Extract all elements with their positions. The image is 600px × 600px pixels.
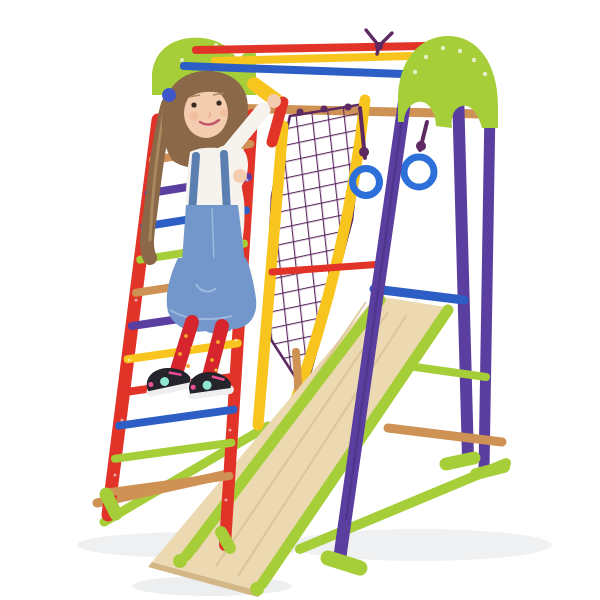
net-tie-knot (321, 106, 328, 113)
gym-ring-right (404, 157, 434, 187)
girl-blush (220, 109, 228, 117)
rear-leg-green-foot (446, 458, 474, 464)
girl-blush (190, 112, 199, 121)
ladder-rung-blue (119, 410, 233, 426)
top-bar-yellow (215, 56, 410, 61)
screw-icon (441, 46, 445, 50)
screw-icon (180, 58, 184, 62)
rail-end-cap (250, 582, 264, 596)
girl-eye-right (216, 100, 221, 105)
overall-shorts (167, 258, 257, 334)
screw-icon (424, 55, 428, 59)
net-tie-knot (345, 104, 352, 111)
ladder-green-foot-back (221, 532, 230, 548)
ring-rope-knot (359, 147, 369, 157)
screw-icon (483, 72, 487, 76)
ladder-green-foot-front (106, 494, 116, 514)
girl-eye-left (191, 102, 196, 107)
girl-sneaker-left (142, 363, 194, 398)
girl-left-hand (233, 169, 247, 183)
rear-leg-front (458, 92, 468, 458)
rear-leg-back (484, 108, 490, 470)
top-bar-red (196, 46, 424, 50)
girl-scrunchie (162, 88, 176, 102)
girl-right-hand (267, 94, 281, 108)
screw-icon (472, 58, 476, 62)
overall-strap (224, 154, 227, 212)
net-tie-knot (297, 109, 304, 116)
rail-end-cap (173, 554, 187, 568)
rear-purple-legs (446, 92, 504, 474)
ring-rope-knot (416, 141, 426, 151)
top-bars (184, 30, 430, 75)
overall-strap (192, 156, 196, 212)
product-photo (0, 0, 600, 600)
front-leg-green-foot (328, 558, 360, 568)
screw-icon (413, 70, 417, 74)
rope-knot (375, 42, 383, 50)
screw-icon (458, 49, 462, 53)
girl-sneaker-right (185, 369, 234, 400)
green-support-bar (408, 366, 486, 377)
climbing-frame-illustration (0, 0, 600, 600)
